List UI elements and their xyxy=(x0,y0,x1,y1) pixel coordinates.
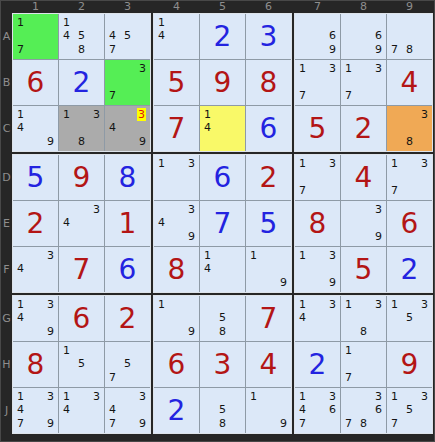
cell-D2[interactable]: 9 xyxy=(59,155,104,200)
candidate-F5-4: 4 xyxy=(204,262,211,275)
candidates-E8: 39 xyxy=(341,201,386,246)
candidate-J1-7: 7 xyxy=(17,417,24,430)
candidate-J9-7: 7 xyxy=(391,417,398,430)
candidates-F7: 139 xyxy=(295,247,340,292)
candidates-J3: 3479 xyxy=(105,388,150,433)
box-3: 59823413476 xyxy=(12,154,151,293)
cell-D9[interactable]: 137 xyxy=(387,155,432,200)
candidate-G8-3: 3 xyxy=(375,298,382,311)
cell-value-H1: 8 xyxy=(13,342,58,387)
candidate-A7-6: 6 xyxy=(329,29,336,42)
cell-E5[interactable]: 7 xyxy=(200,201,245,246)
cell-J8[interactable]: 3678 xyxy=(341,388,386,433)
cell-value-B2: 2 xyxy=(59,60,104,105)
candidates-D4: 13 xyxy=(154,155,199,200)
row-label-H: H xyxy=(1,342,12,387)
candidate-J9-1: 1 xyxy=(391,390,398,403)
candidate-E8-9: 9 xyxy=(375,230,382,243)
cell-H3[interactable]: 57 xyxy=(105,342,150,387)
candidate-J1-1: 1 xyxy=(17,390,24,403)
cell-D5[interactable]: 6 xyxy=(200,155,245,200)
candidate-J8-8: 8 xyxy=(360,417,367,430)
candidate-C9-8: 8 xyxy=(406,135,413,148)
cell-C1[interactable]: 149 xyxy=(13,106,58,151)
candidate-J3-9: 9 xyxy=(139,417,146,430)
cell-H4[interactable]: 6 xyxy=(154,342,199,387)
candidate-E4-3: 3 xyxy=(188,203,195,216)
cell-J5[interactable]: 58 xyxy=(200,388,245,433)
candidates-G4: 19 xyxy=(154,296,199,341)
candidate-C2-3: 3 xyxy=(93,108,100,121)
candidate-G5-5: 5 xyxy=(219,311,226,324)
candidate-F7-1: 1 xyxy=(299,249,306,262)
cell-F1[interactable]: 34 xyxy=(13,247,58,292)
cell-B6[interactable]: 8 xyxy=(246,60,291,105)
candidate-A2-4: 4 xyxy=(63,29,70,42)
cell-G4[interactable]: 19 xyxy=(154,296,199,341)
candidate-C5-1: 1 xyxy=(204,108,211,121)
cell-value-F8: 5 xyxy=(341,247,386,292)
candidate-C2-1: 1 xyxy=(63,108,70,121)
candidate-A4-1: 1 xyxy=(158,16,165,29)
candidate-A2-5: 5 xyxy=(78,29,85,42)
candidates-C9: 38 xyxy=(387,106,432,151)
cell-value-C6: 6 xyxy=(246,106,291,151)
row-label-J: J xyxy=(1,388,12,433)
box-5: 1374137839613952 xyxy=(294,154,433,293)
candidate-B3-3: 3 xyxy=(139,62,146,75)
candidate-J8-6: 6 xyxy=(375,403,382,416)
candidate-J5-5: 5 xyxy=(219,403,226,416)
cell-D8[interactable]: 4 xyxy=(341,155,386,200)
candidates-A1: 17 xyxy=(13,14,58,59)
row-label-E: E xyxy=(1,201,12,246)
cell-H7[interactable]: 2 xyxy=(295,342,340,387)
candidates-F1: 34 xyxy=(13,247,58,292)
candidates-J1: 13479 xyxy=(13,388,58,433)
candidate-H3-7: 7 xyxy=(109,371,116,384)
cell-value-D2: 9 xyxy=(59,155,104,200)
candidate-E8-3: 3 xyxy=(375,203,382,216)
candidate-A1-7: 7 xyxy=(17,43,24,56)
candidate-J2-4: 4 xyxy=(63,403,70,416)
cell-A7[interactable]: 69 xyxy=(295,14,340,59)
candidate-D7-1: 1 xyxy=(299,157,306,170)
candidate-G8-1: 1 xyxy=(345,298,352,311)
candidates-J2: 134 xyxy=(59,388,104,433)
cell-value-E7: 8 xyxy=(295,201,340,246)
cell-value-D8: 4 xyxy=(341,155,386,200)
box-2: 69697813713745238 xyxy=(294,13,433,152)
cell-E9[interactable]: 6 xyxy=(387,201,432,246)
candidate-J8-3: 3 xyxy=(375,390,382,403)
candidates-A8: 69 xyxy=(341,14,386,59)
candidate-J7-3: 3 xyxy=(329,390,336,403)
cell-value-H7: 2 xyxy=(295,342,340,387)
cell-E3[interactable]: 1 xyxy=(105,201,150,246)
cell-A5[interactable]: 2 xyxy=(200,14,245,59)
row-label-B: B xyxy=(1,60,12,105)
cell-value-B6: 8 xyxy=(246,60,291,105)
cell-B5[interactable]: 9 xyxy=(200,60,245,105)
candidate-D7-7: 7 xyxy=(299,184,306,197)
cell-A3[interactable]: 457 xyxy=(105,14,150,59)
cell-value-F4: 8 xyxy=(154,247,199,292)
candidate-G1-3: 3 xyxy=(47,298,54,311)
sudoku-app-frame: 123456789 ABCDEFGHJ 17145845762371491383… xyxy=(0,0,435,442)
cell-value-H9: 9 xyxy=(387,342,432,387)
row-label-D: D xyxy=(1,155,12,200)
candidates-B7: 137 xyxy=(295,60,340,105)
candidate-J7-1: 1 xyxy=(299,390,306,403)
candidates-C1: 149 xyxy=(13,106,58,151)
candidate-J6-9: 9 xyxy=(280,417,287,430)
candidate-B3-7: 7 xyxy=(109,89,116,102)
cell-value-B5: 9 xyxy=(200,60,245,105)
cell-value-E6: 5 xyxy=(246,201,291,246)
candidate-J3-7: 7 xyxy=(109,417,116,430)
candidates-H8: 17 xyxy=(341,342,386,387)
cell-A4[interactable]: 14 xyxy=(154,14,199,59)
candidate-F5-1: 1 xyxy=(204,249,211,262)
cell-E8[interactable]: 39 xyxy=(341,201,386,246)
cell-value-D5: 6 xyxy=(200,155,245,200)
candidate-B8-3: 3 xyxy=(375,62,382,75)
candidate-A3-7: 7 xyxy=(109,43,116,56)
candidate-J2-3: 3 xyxy=(93,390,100,403)
cell-value-C8: 2 xyxy=(341,106,386,151)
candidates-B3: 37 xyxy=(105,60,150,105)
candidate-F1-3: 3 xyxy=(47,249,54,262)
candidate-A8-6: 6 xyxy=(375,29,382,42)
candidate-G7-3: 3 xyxy=(329,298,336,311)
cell-E1[interactable]: 2 xyxy=(13,201,58,246)
col-label-2: 2 xyxy=(59,1,104,13)
candidates-G7: 134 xyxy=(295,296,340,341)
candidate-J8-7: 7 xyxy=(345,417,352,430)
candidate-G1-9: 9 xyxy=(47,325,54,338)
candidate-G9-3: 3 xyxy=(421,298,428,311)
cell-F8[interactable]: 5 xyxy=(341,247,386,292)
cell-F3[interactable]: 6 xyxy=(105,247,150,292)
cell-value-E5: 7 xyxy=(200,201,245,246)
col-label-7: 7 xyxy=(295,1,340,13)
cell-J3[interactable]: 3479 xyxy=(105,388,150,433)
cell-value-A6: 3 xyxy=(246,14,291,59)
cell-A2[interactable]: 1458 xyxy=(59,14,104,59)
candidate-J1-9: 9 xyxy=(47,417,54,430)
candidate-C3-4: 4 xyxy=(109,121,116,134)
candidate-B7-3: 3 xyxy=(329,62,336,75)
candidate-H8-7: 7 xyxy=(345,371,352,384)
candidate-F7-3: 3 xyxy=(329,249,336,262)
cell-C2[interactable]: 138 xyxy=(59,106,104,151)
cell-value-G3: 2 xyxy=(105,296,150,341)
candidates-C3: 349 xyxy=(105,106,150,151)
candidate-J5-8: 8 xyxy=(219,417,226,430)
candidate-A3-4: 4 xyxy=(109,29,116,42)
cell-C4[interactable]: 7 xyxy=(154,106,199,151)
candidates-J9: 1357 xyxy=(387,388,432,433)
candidate-A2-8: 8 xyxy=(78,43,85,56)
cell-C9[interactable]: 38 xyxy=(387,106,432,151)
candidates-C2: 138 xyxy=(59,106,104,151)
box-6: 13496281557134791343479 xyxy=(12,295,151,434)
cell-B4[interactable]: 5 xyxy=(154,60,199,105)
cell-value-C4: 7 xyxy=(154,106,199,151)
candidate-D4-3: 3 xyxy=(188,157,195,170)
cell-D7[interactable]: 137 xyxy=(295,155,340,200)
candidate-A2-1: 1 xyxy=(63,16,70,29)
cell-H2[interactable]: 15 xyxy=(59,342,104,387)
cell-A9[interactable]: 78 xyxy=(387,14,432,59)
candidate-J3-3: 3 xyxy=(139,390,146,403)
cell-E2[interactable]: 34 xyxy=(59,201,104,246)
cell-value-D6: 2 xyxy=(246,155,291,200)
candidate-C2-8: 8 xyxy=(78,135,85,148)
candidate-C5-4: 4 xyxy=(204,121,211,134)
cell-G2[interactable]: 6 xyxy=(59,296,104,341)
candidate-F1-4: 4 xyxy=(17,262,24,275)
candidate-G5-8: 8 xyxy=(219,325,226,338)
candidate-G1-1: 1 xyxy=(17,298,24,311)
row-label-F: F xyxy=(1,247,12,292)
cell-G5[interactable]: 58 xyxy=(200,296,245,341)
candidate-J3-4: 4 xyxy=(109,403,116,416)
candidates-A9: 78 xyxy=(387,14,432,59)
cell-G8[interactable]: 138 xyxy=(341,296,386,341)
cell-value-E1: 2 xyxy=(13,201,58,246)
candidates-D7: 137 xyxy=(295,155,340,200)
cell-B8[interactable]: 137 xyxy=(341,60,386,105)
candidates-E2: 34 xyxy=(59,201,104,246)
cell-B7[interactable]: 137 xyxy=(295,60,340,105)
cell-C3[interactable]: 349 xyxy=(105,106,150,151)
box-1: 14235987146 xyxy=(153,13,292,152)
cell-G1[interactable]: 1349 xyxy=(13,296,58,341)
candidate-C9-3: 3 xyxy=(421,108,428,121)
candidates-A2: 1458 xyxy=(59,14,104,59)
candidates-F5: 14 xyxy=(200,247,245,292)
candidates-F6: 19 xyxy=(246,247,291,292)
cell-value-C7: 5 xyxy=(295,106,340,151)
cell-E7[interactable]: 8 xyxy=(295,201,340,246)
candidate-H8-1: 1 xyxy=(345,344,352,357)
candidate-H2-5: 5 xyxy=(78,357,85,370)
candidate-G1-4: 4 xyxy=(17,311,24,324)
cell-D1[interactable]: 5 xyxy=(13,155,58,200)
candidate-E4-9: 9 xyxy=(188,230,195,243)
col-label-3: 3 xyxy=(105,1,150,13)
cell-value-H5: 3 xyxy=(200,342,245,387)
cell-value-F3: 6 xyxy=(105,247,150,292)
candidate-J9-3: 3 xyxy=(421,390,428,403)
candidate-C1-1: 1 xyxy=(17,108,24,121)
box-4: 13623497581419 xyxy=(153,154,292,293)
candidate-E4-4: 4 xyxy=(158,216,165,229)
cell-value-D3: 8 xyxy=(105,155,150,200)
cell-E4[interactable]: 349 xyxy=(154,201,199,246)
cell-C8[interactable]: 2 xyxy=(341,106,386,151)
cell-value-E9: 6 xyxy=(387,201,432,246)
candidates-J6: 19 xyxy=(246,388,291,433)
candidate-G4-9: 9 xyxy=(188,325,195,338)
candidates-J5: 58 xyxy=(200,388,245,433)
candidates-G9: 135 xyxy=(387,296,432,341)
candidate-G7-1: 1 xyxy=(299,298,306,311)
candidate-H2-1: 1 xyxy=(63,344,70,357)
cell-A1[interactable]: 17 xyxy=(13,14,58,59)
cell-H8[interactable]: 17 xyxy=(341,342,386,387)
cell-J9[interactable]: 1357 xyxy=(387,388,432,433)
candidate-A1-1: 1 xyxy=(17,16,24,29)
cell-value-B4: 5 xyxy=(154,60,199,105)
candidate-D9-1: 1 xyxy=(391,157,398,170)
box-7: 1958763425819 xyxy=(153,295,292,434)
cell-D6[interactable]: 2 xyxy=(246,155,291,200)
cell-value-G2: 6 xyxy=(59,296,104,341)
candidate-G7-4: 4 xyxy=(299,311,306,324)
cell-H9[interactable]: 9 xyxy=(387,342,432,387)
candidates-H2: 15 xyxy=(59,342,104,387)
candidates-G5: 58 xyxy=(200,296,245,341)
candidates-A3: 457 xyxy=(105,14,150,59)
cell-value-F2: 7 xyxy=(59,247,104,292)
sudoku-board: 1714584576237149138349142359871466969781… xyxy=(12,13,433,434)
candidate-D9-3: 3 xyxy=(421,157,428,170)
cell-J6[interactable]: 19 xyxy=(246,388,291,433)
col-label-6: 6 xyxy=(246,1,291,13)
cell-value-H4: 6 xyxy=(154,342,199,387)
candidate-H3-5: 5 xyxy=(124,357,131,370)
cell-C7[interactable]: 5 xyxy=(295,106,340,151)
candidate-J9-5: 5 xyxy=(406,403,413,416)
candidate-A7-9: 9 xyxy=(329,43,336,56)
candidate-G9-1: 1 xyxy=(391,298,398,311)
cell-value-A5: 2 xyxy=(200,14,245,59)
col-label-1: 1 xyxy=(13,1,58,13)
candidates-D9: 137 xyxy=(387,155,432,200)
candidate-J7-6: 6 xyxy=(329,403,336,416)
candidate-A4-4: 4 xyxy=(158,29,165,42)
candidate-F6-9: 9 xyxy=(280,276,287,289)
cell-J2[interactable]: 134 xyxy=(59,388,104,433)
cell-G6[interactable]: 7 xyxy=(246,296,291,341)
col-label-8: 8 xyxy=(341,1,386,13)
candidate-B8-1: 1 xyxy=(345,62,352,75)
row-label-C: C xyxy=(1,106,12,151)
candidates-A4: 14 xyxy=(154,14,199,59)
cell-B2[interactable]: 2 xyxy=(59,60,104,105)
candidate-F7-9: 9 xyxy=(329,276,336,289)
cell-D3[interactable]: 8 xyxy=(105,155,150,200)
candidates-J8: 3678 xyxy=(341,388,386,433)
candidates-E4: 349 xyxy=(154,201,199,246)
candidate-A3-5: 5 xyxy=(124,29,131,42)
candidate-D7-3: 3 xyxy=(329,157,336,170)
cell-F7[interactable]: 139 xyxy=(295,247,340,292)
candidate-C3-9: 9 xyxy=(139,135,146,148)
candidate-A8-9: 9 xyxy=(375,43,382,56)
cell-value-F9: 2 xyxy=(387,247,432,292)
cell-H5[interactable]: 3 xyxy=(200,342,245,387)
candidates-J7: 13467 xyxy=(295,388,340,433)
candidate-E2-4: 4 xyxy=(63,216,70,229)
cell-G7[interactable]: 134 xyxy=(295,296,340,341)
cell-H1[interactable]: 8 xyxy=(13,342,58,387)
candidate-G9-5: 5 xyxy=(406,311,413,324)
cell-B9[interactable]: 4 xyxy=(387,60,432,105)
candidate-J6-1: 1 xyxy=(250,390,257,403)
cell-C5[interactable]: 14 xyxy=(200,106,245,151)
row-label-A: A xyxy=(1,14,12,59)
candidate-B7-1: 1 xyxy=(299,62,306,75)
cell-G9[interactable]: 135 xyxy=(387,296,432,341)
candidate-J1-3: 3 xyxy=(47,390,54,403)
cell-J1[interactable]: 13479 xyxy=(13,388,58,433)
cell-F5[interactable]: 14 xyxy=(200,247,245,292)
cell-H6[interactable]: 4 xyxy=(246,342,291,387)
candidate-D4-1: 1 xyxy=(158,157,165,170)
cell-F9[interactable]: 2 xyxy=(387,247,432,292)
cell-value-G6: 7 xyxy=(246,296,291,341)
candidates-G8: 138 xyxy=(341,296,386,341)
candidate-A9-7: 7 xyxy=(391,43,398,56)
cell-value-J4: 2 xyxy=(154,388,199,433)
candidate-D9-7: 7 xyxy=(391,184,398,197)
candidate-B8-7: 7 xyxy=(345,89,352,102)
box-0: 1714584576237149138349 xyxy=(12,13,151,152)
cell-value-E3: 1 xyxy=(105,201,150,246)
candidates-A7: 69 xyxy=(295,14,340,59)
candidate-C1-9: 9 xyxy=(47,135,54,148)
cell-value-D1: 5 xyxy=(13,155,58,200)
cell-G3[interactable]: 2 xyxy=(105,296,150,341)
candidate-J2-1: 1 xyxy=(63,390,70,403)
candidate-G8-8: 8 xyxy=(360,325,367,338)
cell-C6[interactable]: 6 xyxy=(246,106,291,151)
cell-F2[interactable]: 7 xyxy=(59,247,104,292)
candidates-H3: 57 xyxy=(105,342,150,387)
cell-B3[interactable]: 37 xyxy=(105,60,150,105)
row-label-G: G xyxy=(1,296,12,341)
candidate-C3-3: 3 xyxy=(137,108,146,121)
candidate-E2-3: 3 xyxy=(93,203,100,216)
cell-A6[interactable]: 3 xyxy=(246,14,291,59)
cell-E6[interactable]: 5 xyxy=(246,201,291,246)
candidates-B8: 137 xyxy=(341,60,386,105)
cell-F6[interactable]: 19 xyxy=(246,247,291,292)
candidate-G4-1: 1 xyxy=(158,298,165,311)
cell-A8[interactable]: 69 xyxy=(341,14,386,59)
col-label-4: 4 xyxy=(154,1,199,13)
cell-F4[interactable]: 8 xyxy=(154,247,199,292)
cell-D4[interactable]: 13 xyxy=(154,155,199,200)
cell-value-B1: 6 xyxy=(13,60,58,105)
candidate-A9-8: 8 xyxy=(406,43,413,56)
cell-B1[interactable]: 6 xyxy=(13,60,58,105)
candidate-C1-4: 4 xyxy=(17,121,24,134)
cell-value-B9: 4 xyxy=(387,60,432,105)
candidate-B7-7: 7 xyxy=(299,89,306,102)
candidates-G1: 1349 xyxy=(13,296,58,341)
cell-J7[interactable]: 13467 xyxy=(295,388,340,433)
cell-value-H6: 4 xyxy=(246,342,291,387)
col-label-9: 9 xyxy=(387,1,432,13)
candidate-J1-4: 4 xyxy=(17,403,24,416)
box-8: 13413813521791346736781357 xyxy=(294,295,433,434)
cell-J4[interactable]: 2 xyxy=(154,388,199,433)
